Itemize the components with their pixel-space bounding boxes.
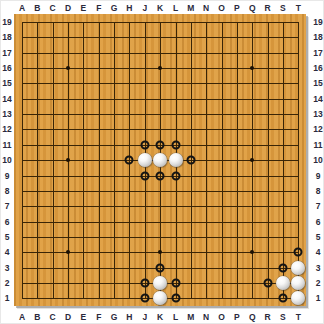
col-label-top-Q: Q — [249, 4, 256, 13]
row-label-right-7: 7 — [316, 202, 321, 211]
star-point-K16 — [158, 66, 162, 70]
row-label-left-14: 14 — [2, 95, 11, 104]
col-label-top-N: N — [203, 4, 209, 13]
col-label-top-C: C — [50, 4, 56, 13]
row-label-left-10: 10 — [2, 156, 11, 165]
circle-marker-J1 — [140, 294, 149, 303]
white-stone-T2 — [291, 276, 305, 290]
col-label-top-K: K — [157, 4, 163, 13]
col-label-bottom-Q: Q — [249, 313, 256, 322]
row-label-left-5: 5 — [5, 233, 10, 242]
row-label-right-18: 18 — [313, 33, 322, 42]
circle-marker-J11 — [140, 140, 149, 149]
circle-marker-R2 — [263, 278, 272, 287]
circle-marker-L9 — [171, 171, 180, 180]
row-label-left-1: 1 — [5, 294, 10, 303]
col-label-top-A: A — [19, 4, 25, 13]
row-label-right-2: 2 — [316, 279, 321, 288]
circle-marker-H10 — [125, 156, 134, 165]
col-label-top-M: M — [187, 4, 194, 13]
grid-line-vertical — [268, 22, 269, 299]
row-label-left-12: 12 — [2, 125, 11, 134]
row-label-right-6: 6 — [316, 217, 321, 226]
col-label-top-D: D — [65, 4, 71, 13]
col-label-bottom-R: R — [265, 313, 271, 322]
row-label-right-4: 4 — [316, 248, 321, 257]
col-label-bottom-H: H — [126, 313, 132, 322]
go-app-window: AABBCCDDEEFFGGHHJJKKLLMMNNOOPPQQRRSSTT19… — [0, 0, 324, 324]
circle-marker-L1 — [171, 294, 180, 303]
white-stone-S2 — [276, 276, 290, 290]
row-label-left-15: 15 — [2, 79, 11, 88]
white-stone-L10 — [169, 153, 183, 167]
col-label-top-T: T — [296, 4, 301, 13]
col-label-top-B: B — [34, 4, 40, 13]
row-label-left-17: 17 — [2, 48, 11, 57]
grid-line-horizontal — [22, 237, 299, 238]
col-label-top-S: S — [280, 4, 286, 13]
col-label-bottom-B: B — [34, 313, 40, 322]
row-label-left-16: 16 — [2, 64, 11, 73]
col-label-bottom-K: K — [157, 313, 163, 322]
col-label-bottom-J: J — [142, 313, 147, 322]
col-label-top-L: L — [173, 4, 178, 13]
grid-line-horizontal — [22, 206, 299, 207]
star-point-D10 — [66, 158, 70, 162]
row-label-right-17: 17 — [313, 48, 322, 57]
col-label-top-F: F — [96, 4, 101, 13]
white-stone-T1 — [291, 291, 305, 305]
grid-line-vertical — [237, 22, 238, 299]
row-label-left-8: 8 — [5, 187, 10, 196]
col-label-bottom-N: N — [203, 313, 209, 322]
row-label-left-4: 4 — [5, 248, 10, 257]
col-label-top-E: E — [81, 4, 87, 13]
row-label-left-7: 7 — [5, 202, 10, 211]
grid-line-horizontal — [22, 222, 299, 223]
row-label-left-6: 6 — [5, 217, 10, 226]
row-label-right-12: 12 — [313, 125, 322, 134]
circle-marker-J2 — [140, 278, 149, 287]
white-stone-K2 — [153, 276, 167, 290]
grid-line-vertical — [222, 22, 223, 299]
row-label-left-18: 18 — [2, 33, 11, 42]
row-label-right-16: 16 — [313, 64, 322, 73]
col-label-bottom-S: S — [280, 313, 286, 322]
star-point-D16 — [66, 66, 70, 70]
col-label-bottom-T: T — [296, 313, 301, 322]
row-label-right-5: 5 — [316, 233, 321, 242]
row-label-right-11: 11 — [314, 141, 323, 150]
row-label-left-2: 2 — [5, 279, 10, 288]
col-label-bottom-P: P — [234, 313, 240, 322]
row-label-right-1: 1 — [316, 294, 321, 303]
row-label-right-8: 8 — [316, 187, 321, 196]
white-stone-K1 — [153, 291, 167, 305]
star-point-Q4 — [250, 250, 254, 254]
col-label-bottom-O: O — [218, 313, 225, 322]
star-point-Q16 — [250, 66, 254, 70]
row-label-left-11: 11 — [3, 141, 12, 150]
circle-marker-M10 — [186, 156, 195, 165]
circle-marker-L2 — [171, 278, 180, 287]
circle-marker-K11 — [156, 140, 165, 149]
row-label-right-14: 14 — [313, 95, 322, 104]
row-label-left-9: 9 — [5, 171, 10, 180]
circle-marker-K9 — [156, 171, 165, 180]
circle-marker-K3 — [156, 263, 165, 272]
col-label-bottom-G: G — [111, 313, 118, 322]
circle-marker-S3 — [278, 263, 287, 272]
circle-marker-L11 — [171, 140, 180, 149]
grid-line-vertical — [283, 22, 284, 299]
row-label-right-13: 13 — [313, 110, 322, 119]
grid-line-vertical — [206, 22, 207, 299]
go-board[interactable] — [14, 14, 306, 306]
col-label-top-J: J — [142, 4, 147, 13]
row-label-left-3: 3 — [5, 263, 10, 272]
col-label-bottom-M: M — [187, 313, 194, 322]
col-label-bottom-C: C — [50, 313, 56, 322]
row-label-right-10: 10 — [313, 156, 322, 165]
col-label-bottom-E: E — [81, 313, 87, 322]
row-label-left-13: 13 — [2, 110, 11, 119]
col-label-bottom-A: A — [19, 313, 25, 322]
circle-marker-T4 — [294, 248, 303, 257]
row-label-left-19: 19 — [2, 18, 11, 27]
row-label-right-19: 19 — [313, 18, 322, 27]
white-stone-T3 — [291, 261, 305, 275]
col-label-top-O: O — [218, 4, 225, 13]
white-stone-J10 — [138, 153, 152, 167]
col-label-top-P: P — [234, 4, 240, 13]
grid-line-horizontal — [22, 191, 299, 192]
circle-marker-S1 — [278, 294, 287, 303]
col-label-top-H: H — [126, 4, 132, 13]
row-label-right-15: 15 — [313, 79, 322, 88]
grid-line-vertical — [298, 22, 299, 299]
col-label-top-R: R — [265, 4, 271, 13]
star-point-K4 — [158, 250, 162, 254]
row-label-right-9: 9 — [316, 171, 321, 180]
row-label-right-3: 3 — [316, 263, 321, 272]
col-label-bottom-D: D — [65, 313, 71, 322]
star-point-Q10 — [250, 158, 254, 162]
col-label-bottom-F: F — [96, 313, 101, 322]
white-stone-K10 — [153, 153, 167, 167]
col-label-bottom-L: L — [173, 313, 178, 322]
col-label-top-G: G — [111, 4, 118, 13]
star-point-D4 — [66, 250, 70, 254]
circle-marker-J9 — [140, 171, 149, 180]
